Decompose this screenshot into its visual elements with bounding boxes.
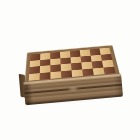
folded-chess-box bbox=[20, 30, 123, 98]
board-square bbox=[40, 72, 51, 80]
board-square bbox=[61, 70, 72, 78]
board-square bbox=[50, 71, 61, 79]
product-photo bbox=[0, 0, 140, 140]
board-square bbox=[29, 73, 40, 81]
board-square bbox=[103, 66, 115, 74]
